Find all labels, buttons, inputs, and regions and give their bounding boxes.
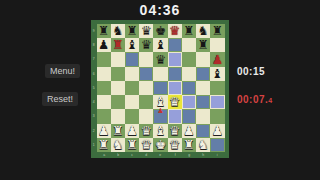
square-i7[interactable]: ♟ <box>210 52 224 66</box>
square-d5[interactable] <box>139 81 153 95</box>
square-c7[interactable] <box>125 52 139 66</box>
square-b2[interactable]: ♜ <box>111 124 125 138</box>
square-g1[interactable]: ♜ <box>182 138 196 152</box>
white-pawn: ♟ <box>210 124 224 138</box>
player-clock-main: 00:07. <box>237 94 268 105</box>
black-rook-capturable: ♜ <box>111 38 125 52</box>
square-d7[interactable] <box>139 52 153 66</box>
square-d1[interactable]: ♛ <box>139 138 153 152</box>
square-g8[interactable] <box>182 38 196 52</box>
square-h9[interactable]: ♞ <box>196 24 210 38</box>
square-b4[interactable] <box>111 95 125 109</box>
square-g6[interactable] <box>182 67 196 81</box>
move-highlight <box>169 110 181 122</box>
square-g2[interactable]: ♟ <box>182 124 196 138</box>
white-rook: ♜ <box>97 138 111 152</box>
square-f5[interactable] <box>168 81 182 95</box>
square-g3[interactable] <box>182 109 196 123</box>
black-queen: ♛ <box>153 52 167 66</box>
black-rook: ♜ <box>97 24 111 38</box>
white-queen: ♛ <box>168 124 182 138</box>
square-c3[interactable] <box>125 109 139 123</box>
player-clock: 00:07.4 <box>237 94 273 105</box>
rank-label-3: 3 <box>93 113 95 119</box>
black-bishop: ♝ <box>210 67 224 81</box>
square-f7[interactable] <box>168 52 182 66</box>
square-i2[interactable]: ♟ <box>210 124 224 138</box>
square-f9[interactable]: ♛ <box>168 24 182 38</box>
white-pawn: ♟ <box>97 124 111 138</box>
square-d3[interactable] <box>139 109 153 123</box>
square-e3[interactable]: ♟ <box>153 109 167 123</box>
square-a6[interactable] <box>97 67 111 81</box>
square-a7[interactable] <box>97 52 111 66</box>
square-b7[interactable] <box>111 52 125 66</box>
square-g7[interactable] <box>182 52 196 66</box>
square-e6[interactable] <box>153 67 167 81</box>
white-knight: ♞ <box>196 138 210 152</box>
black-queen: ♛ <box>139 24 153 38</box>
black-bishop: ♝ <box>153 38 167 52</box>
white-king: ♚ <box>153 138 167 152</box>
file-label-h: h <box>200 153 206 156</box>
move-highlight <box>169 68 181 80</box>
move-highlight <box>169 82 181 94</box>
square-i1[interactable] <box>210 138 224 152</box>
square-e4[interactable]: ♝ <box>153 95 167 109</box>
white-knight: ♞ <box>111 138 125 152</box>
file-label-a: a <box>101 153 107 156</box>
rank-label-6: 6 <box>93 71 95 77</box>
white-bishop: ♝ <box>153 124 167 138</box>
square-h1[interactable]: ♞ <box>196 138 210 152</box>
file-label-b: b <box>115 153 121 156</box>
square-i5[interactable] <box>210 81 224 95</box>
square-a8[interactable]: ♟ <box>97 38 111 52</box>
square-c2[interactable]: ♟ <box>125 124 139 138</box>
square-b8[interactable]: ♜ <box>111 38 125 52</box>
black-rook: ♜ <box>125 24 139 38</box>
white-pawn: ♟ <box>125 124 139 138</box>
menu-button[interactable]: Menu! <box>45 64 80 78</box>
square-b5[interactable] <box>111 81 125 95</box>
black-queen-capturable: ♛ <box>168 24 182 38</box>
black-pawn: ♟ <box>97 38 111 52</box>
reset-button[interactable]: Reset! <box>42 92 78 106</box>
black-knight: ♞ <box>111 24 125 38</box>
rank-label-5: 5 <box>93 85 95 91</box>
square-a5[interactable] <box>97 81 111 95</box>
game-timer: 04:36 <box>0 2 320 18</box>
square-f1[interactable]: ♛ <box>168 138 182 152</box>
white-rook: ♜ <box>125 138 139 152</box>
file-label-d: d <box>143 153 149 156</box>
square-i8[interactable] <box>210 38 224 52</box>
white-rook: ♜ <box>182 138 196 152</box>
player-clock-decimal: 4 <box>268 97 272 104</box>
file-labels: abcdefghi <box>97 151 225 158</box>
square-a4[interactable] <box>97 95 111 109</box>
square-i4[interactable] <box>210 95 224 109</box>
square-a9[interactable]: ♜ <box>97 24 111 38</box>
rank-label-8: 8 <box>93 42 95 48</box>
square-a2[interactable]: ♟ <box>97 124 111 138</box>
black-rook: ♜ <box>182 24 196 38</box>
move-highlight <box>211 139 223 151</box>
square-c5[interactable] <box>125 81 139 95</box>
square-g9[interactable]: ♜ <box>182 24 196 38</box>
file-label-i: i <box>214 153 220 156</box>
square-h5[interactable] <box>196 81 210 95</box>
square-d4[interactable] <box>139 95 153 109</box>
rank-label-7: 7 <box>93 57 95 63</box>
square-h3[interactable] <box>196 109 210 123</box>
black-king: ♚ <box>153 24 167 38</box>
move-highlight <box>211 96 223 108</box>
white-rook: ♜ <box>111 124 125 138</box>
chess-board[interactable]: ♜♞♜♛♚♛♜♞♜♟♜♝♛♝♜♛♟♝♝♛♟♟♜♟♛♝♛♟♟♜♞♜♛♚♛♜♞ <box>97 24 225 152</box>
square-f6[interactable] <box>168 67 182 81</box>
square-i9[interactable]: ♜ <box>210 24 224 38</box>
square-e9[interactable]: ♚ <box>153 24 167 38</box>
square-g5[interactable] <box>182 81 196 95</box>
white-queen: ♛ <box>168 138 182 152</box>
move-highlight <box>183 110 195 122</box>
black-rook: ♜ <box>210 24 224 38</box>
square-c9[interactable]: ♜ <box>125 24 139 38</box>
move-highlight <box>126 53 138 65</box>
move-highlight <box>169 39 181 51</box>
file-label-f: f <box>172 153 178 156</box>
square-i6[interactable]: ♝ <box>210 67 224 81</box>
white-bishop: ♝ <box>153 95 167 109</box>
square-b3[interactable] <box>111 109 125 123</box>
black-bishop: ♝ <box>125 38 139 52</box>
file-label-g: g <box>186 153 192 156</box>
square-h4[interactable] <box>196 95 210 109</box>
move-highlight <box>140 68 152 80</box>
square-h7[interactable] <box>196 52 210 66</box>
move-highlight <box>154 110 166 122</box>
square-a1[interactable]: ♜ <box>97 138 111 152</box>
square-d8[interactable]: ♛ <box>139 38 153 52</box>
square-d2[interactable]: ♛ <box>139 124 153 138</box>
file-label-c: c <box>129 153 135 156</box>
square-f2[interactable]: ♛ <box>168 124 182 138</box>
square-e7[interactable]: ♛ <box>153 52 167 66</box>
move-highlight <box>154 82 166 94</box>
square-e5[interactable] <box>153 81 167 95</box>
square-f3[interactable] <box>168 109 182 123</box>
square-i3[interactable] <box>210 109 224 123</box>
square-c1[interactable]: ♜ <box>125 138 139 152</box>
square-b9[interactable]: ♞ <box>111 24 125 38</box>
white-queen: ♛ <box>139 138 153 152</box>
square-d9[interactable]: ♛ <box>139 24 153 38</box>
move-highlight <box>183 96 195 108</box>
black-knight: ♞ <box>196 24 210 38</box>
board-frame: 987654321 ♜♞♜♛♚♛♜♞♜♟♜♝♛♝♜♛♟♝♝♛♟♟♜♟♛♝♛♟♟♜… <box>91 20 229 158</box>
move-highlight <box>183 82 195 94</box>
square-g4[interactable] <box>182 95 196 109</box>
square-f8[interactable] <box>168 38 182 52</box>
move-highlight <box>169 53 181 65</box>
white-queen: ♛ <box>168 95 182 109</box>
square-b1[interactable]: ♞ <box>111 138 125 152</box>
move-highlight <box>197 125 209 137</box>
square-h6[interactable] <box>196 67 210 81</box>
white-queen: ♛ <box>139 124 153 138</box>
black-queen: ♛ <box>139 38 153 52</box>
rank-label-9: 9 <box>93 28 95 34</box>
square-a3[interactable] <box>97 109 111 123</box>
opponent-clock: 00:15 <box>237 66 265 77</box>
rank-label-2: 2 <box>93 128 95 134</box>
square-e8[interactable]: ♝ <box>153 38 167 52</box>
square-c4[interactable] <box>125 95 139 109</box>
rank-label-1: 1 <box>93 142 95 148</box>
square-h2[interactable] <box>196 124 210 138</box>
square-d6[interactable] <box>139 67 153 81</box>
white-pawn: ♟ <box>182 124 196 138</box>
black-pawn-capturable: ♟ <box>210 52 224 66</box>
move-highlight <box>197 96 209 108</box>
square-h8[interactable]: ♜ <box>196 38 210 52</box>
black-rook: ♜ <box>196 38 210 52</box>
square-e2[interactable]: ♝ <box>153 124 167 138</box>
square-e1[interactable]: ♚ <box>153 138 167 152</box>
square-b6[interactable] <box>111 67 125 81</box>
file-label-e: e <box>157 153 163 156</box>
square-c6[interactable] <box>125 67 139 81</box>
square-c8[interactable]: ♝ <box>125 38 139 52</box>
square-f4[interactable]: ♛ <box>168 95 182 109</box>
move-highlight <box>197 68 209 80</box>
rank-label-4: 4 <box>93 99 95 105</box>
